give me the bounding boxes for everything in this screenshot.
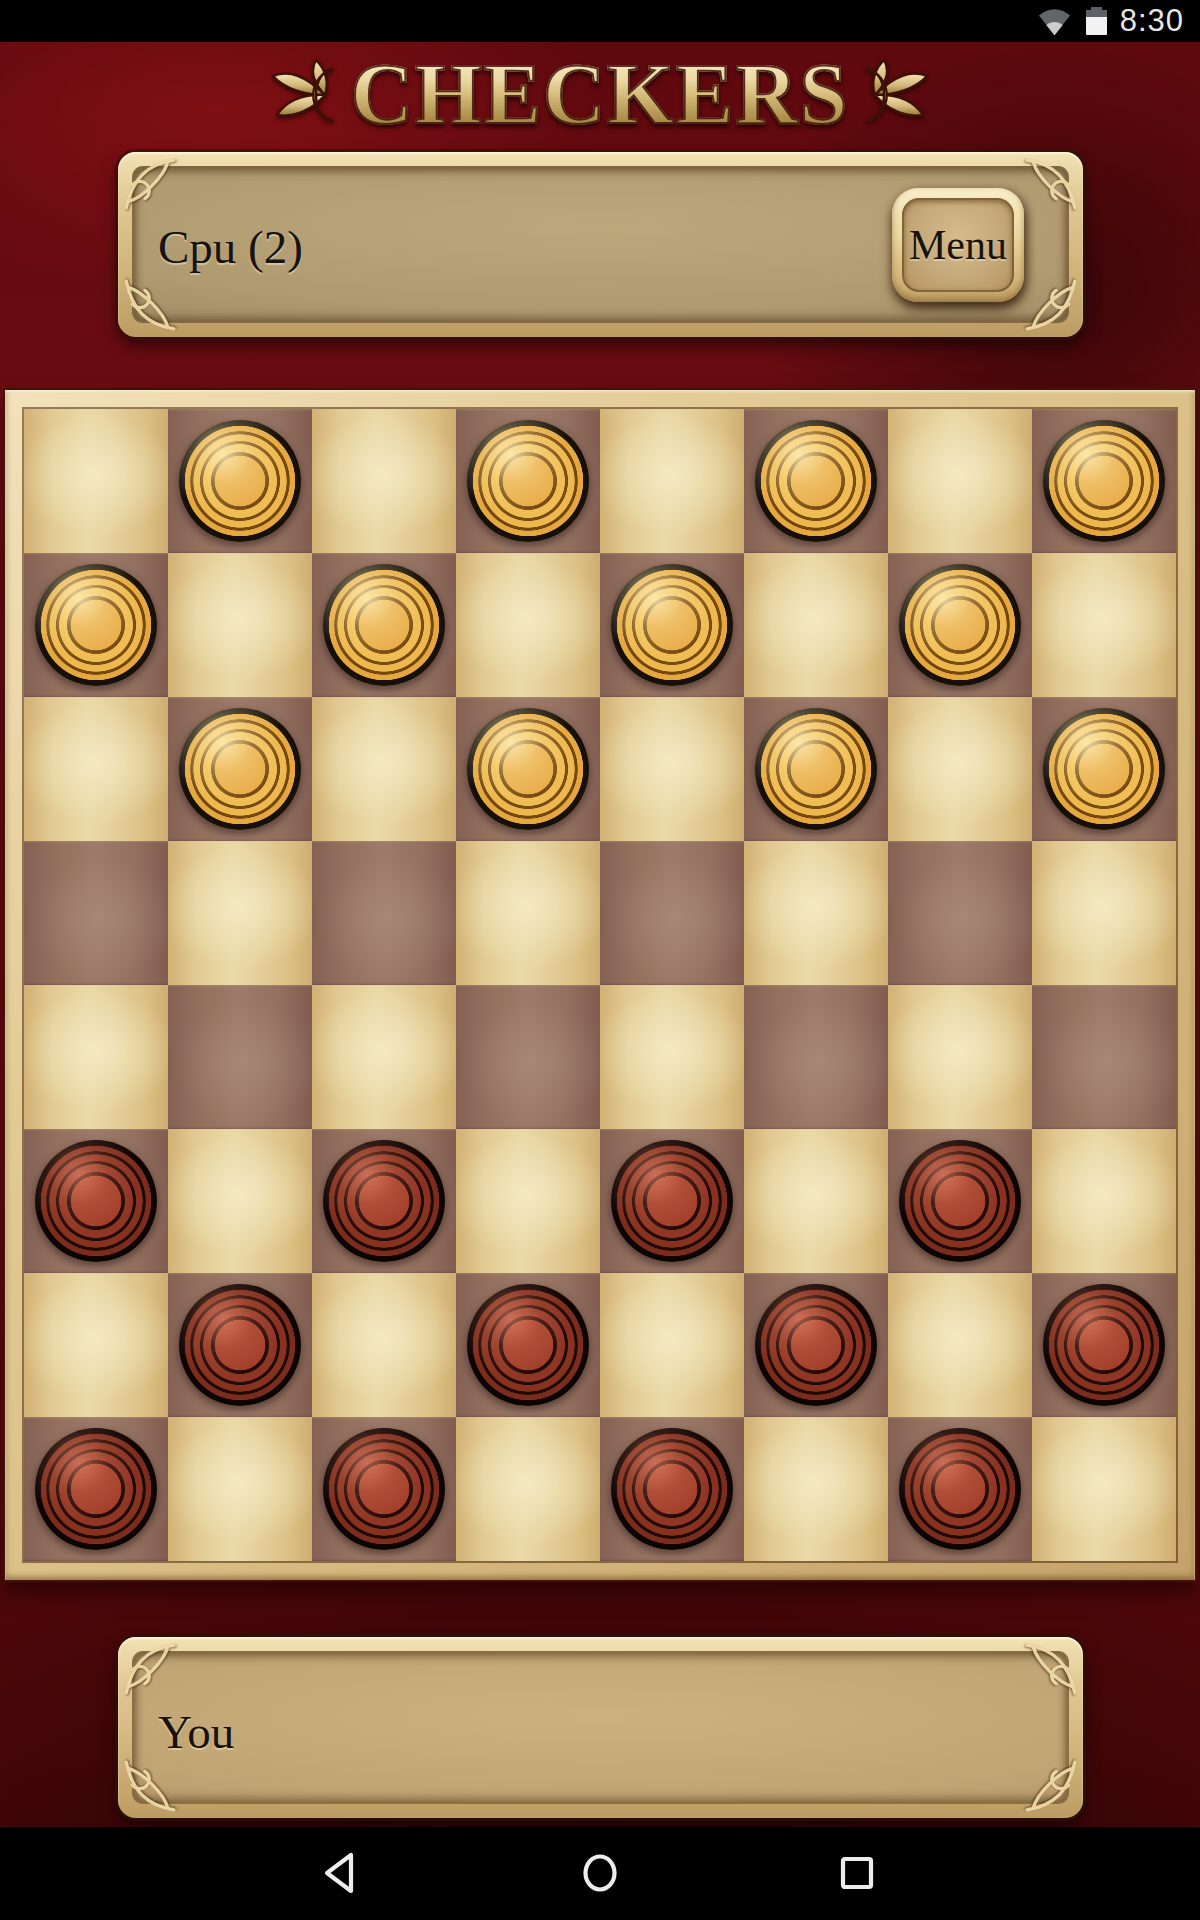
light-square — [744, 1129, 888, 1273]
checker-red[interactable] — [35, 1428, 157, 1550]
battery-icon — [1086, 7, 1107, 35]
checker-gold[interactable] — [35, 564, 157, 686]
dark-square[interactable] — [1032, 985, 1176, 1129]
status-clock: 8:30 — [1120, 3, 1184, 39]
checker-gold[interactable] — [323, 564, 445, 686]
checker-gold[interactable] — [467, 708, 589, 830]
light-square — [168, 1129, 312, 1273]
opponent-name: Cpu (2) — [158, 220, 303, 274]
light-square — [1032, 841, 1176, 985]
light-square — [456, 841, 600, 985]
light-square — [744, 841, 888, 985]
checker-red[interactable] — [1043, 1284, 1165, 1406]
light-square — [888, 409, 1032, 553]
dark-square[interactable] — [24, 553, 168, 697]
light-square — [888, 1273, 1032, 1417]
light-square — [168, 553, 312, 697]
checker-red[interactable] — [755, 1284, 877, 1406]
checkers-board — [3, 388, 1197, 1582]
dark-square[interactable] — [456, 1273, 600, 1417]
light-square — [312, 409, 456, 553]
dark-square[interactable] — [600, 1417, 744, 1561]
light-square — [168, 1417, 312, 1561]
app-background: CHECKERS — [0, 42, 1200, 1827]
menu-button-label: Menu — [909, 221, 1007, 269]
back-icon[interactable] — [319, 1849, 367, 1897]
light-square — [1032, 1417, 1176, 1561]
home-icon[interactable] — [576, 1849, 624, 1897]
dark-square[interactable] — [744, 409, 888, 553]
light-square — [312, 697, 456, 841]
checker-gold[interactable] — [611, 564, 733, 686]
android-nav-bar — [0, 1827, 1200, 1920]
dark-square[interactable] — [456, 985, 600, 1129]
light-square — [1032, 553, 1176, 697]
light-square — [744, 553, 888, 697]
plaque-corner-flourish — [1025, 279, 1081, 335]
dark-square[interactable] — [744, 985, 888, 1129]
light-square — [168, 841, 312, 985]
plaque-corner-flourish — [1025, 1639, 1081, 1695]
dark-square[interactable] — [1032, 1273, 1176, 1417]
player-plaque: You — [118, 1637, 1083, 1818]
dark-square[interactable] — [168, 985, 312, 1129]
dark-square[interactable] — [312, 1129, 456, 1273]
android-status-bar: 8:30 — [0, 0, 1200, 42]
dark-square[interactable] — [456, 697, 600, 841]
checker-gold[interactable] — [179, 420, 301, 542]
plaque-corner-flourish — [1025, 1760, 1081, 1816]
dark-square[interactable] — [888, 1129, 1032, 1273]
light-square — [456, 1417, 600, 1561]
menu-button[interactable]: Menu — [892, 188, 1024, 302]
checker-red[interactable] — [467, 1284, 589, 1406]
checker-red[interactable] — [899, 1140, 1021, 1262]
checker-red[interactable] — [35, 1140, 157, 1262]
title-row: CHECKERS — [0, 48, 1200, 140]
checker-gold[interactable] — [1043, 420, 1165, 542]
dark-square[interactable] — [1032, 409, 1176, 553]
light-square — [24, 697, 168, 841]
dark-square[interactable] — [456, 409, 600, 553]
plaque-corner-flourish — [120, 1639, 176, 1695]
dark-square[interactable] — [24, 841, 168, 985]
light-square — [312, 985, 456, 1129]
recents-icon[interactable] — [833, 1849, 881, 1897]
title-leaf-ornament-left — [267, 59, 341, 129]
screen: 8:30 CHECKERS — [0, 0, 1200, 1920]
dark-square[interactable] — [600, 553, 744, 697]
light-square — [312, 1273, 456, 1417]
checker-red[interactable] — [899, 1428, 1021, 1550]
dark-square[interactable] — [312, 1417, 456, 1561]
dark-square[interactable] — [600, 841, 744, 985]
checker-gold[interactable] — [755, 420, 877, 542]
plaque-corner-flourish — [1025, 154, 1081, 210]
light-square — [456, 1129, 600, 1273]
light-square — [24, 985, 168, 1129]
opponent-plaque: Cpu (2) Menu — [118, 152, 1083, 337]
dark-square[interactable] — [1032, 697, 1176, 841]
app-title: CHECKERS — [351, 48, 850, 140]
light-square — [600, 1273, 744, 1417]
dark-square[interactable] — [168, 1273, 312, 1417]
board-squares — [24, 409, 1176, 1561]
light-square — [888, 985, 1032, 1129]
dark-square[interactable] — [888, 1417, 1032, 1561]
dark-square[interactable] — [600, 1129, 744, 1273]
light-square — [744, 1417, 888, 1561]
dark-square[interactable] — [888, 841, 1032, 985]
dark-square[interactable] — [168, 697, 312, 841]
checker-gold[interactable] — [467, 420, 589, 542]
checker-red[interactable] — [323, 1428, 445, 1550]
player-plaque-parchment — [132, 1651, 1069, 1804]
light-square — [600, 985, 744, 1129]
light-square — [24, 1273, 168, 1417]
dark-square[interactable] — [744, 1273, 888, 1417]
checker-gold[interactable] — [899, 564, 1021, 686]
dark-square[interactable] — [888, 553, 1032, 697]
checker-gold[interactable] — [179, 708, 301, 830]
light-square — [456, 553, 600, 697]
title-leaf-ornament-right — [859, 59, 933, 129]
dark-square[interactable] — [24, 1129, 168, 1273]
checker-red[interactable] — [611, 1428, 733, 1550]
light-square — [24, 409, 168, 553]
dark-square[interactable] — [312, 841, 456, 985]
light-square — [1032, 1129, 1176, 1273]
light-square — [600, 697, 744, 841]
dark-square[interactable] — [24, 1417, 168, 1561]
checker-gold[interactable] — [1043, 708, 1165, 830]
checker-gold[interactable] — [755, 708, 877, 830]
checker-red[interactable] — [179, 1284, 301, 1406]
dark-square[interactable] — [312, 553, 456, 697]
plaque-corner-flourish — [120, 279, 176, 335]
light-square — [600, 409, 744, 553]
dark-square[interactable] — [168, 409, 312, 553]
checker-red[interactable] — [611, 1140, 733, 1262]
player-name: You — [158, 1705, 234, 1759]
light-square — [888, 697, 1032, 841]
dark-square[interactable] — [744, 697, 888, 841]
checker-red[interactable] — [323, 1140, 445, 1262]
wifi-icon — [1036, 6, 1073, 37]
plaque-corner-flourish — [120, 1760, 176, 1816]
plaque-corner-flourish — [120, 154, 176, 210]
